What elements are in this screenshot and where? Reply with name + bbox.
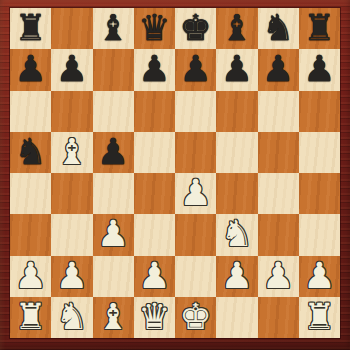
piece-white-king[interactable]: ♚ bbox=[179, 297, 211, 337]
piece-black-pawn[interactable]: ♟ bbox=[179, 49, 211, 89]
piece-white-rook[interactable]: ♜ bbox=[14, 297, 46, 337]
square-h3[interactable] bbox=[299, 214, 340, 255]
piece-black-knight[interactable]: ♞ bbox=[14, 132, 46, 172]
piece-white-rook[interactable]: ♜ bbox=[303, 297, 335, 337]
piece-black-rook[interactable]: ♜ bbox=[303, 8, 335, 48]
piece-black-pawn[interactable]: ♟ bbox=[14, 49, 46, 89]
square-d6[interactable] bbox=[134, 91, 175, 132]
square-h1[interactable]: ♜ bbox=[299, 297, 340, 338]
square-b4[interactable] bbox=[51, 173, 92, 214]
square-b3[interactable] bbox=[51, 214, 92, 255]
square-d5[interactable] bbox=[134, 132, 175, 173]
piece-white-knight[interactable]: ♞ bbox=[221, 214, 253, 254]
square-d3[interactable] bbox=[134, 214, 175, 255]
square-c6[interactable] bbox=[93, 91, 134, 132]
square-e3[interactable] bbox=[175, 214, 216, 255]
piece-white-pawn[interactable]: ♟ bbox=[56, 256, 88, 296]
square-c5[interactable]: ♟ bbox=[93, 132, 134, 173]
piece-black-pawn[interactable]: ♟ bbox=[138, 49, 170, 89]
square-a1[interactable]: ♜ bbox=[10, 297, 51, 338]
piece-black-pawn[interactable]: ♟ bbox=[97, 132, 129, 172]
chess-board-frame: ♜♝♛♚♝♞♜♟♟♟♟♟♟♟♞♝♟♟♟♞♟♟♟♟♟♟♜♞♝♛♚♜ bbox=[0, 0, 350, 350]
square-f1[interactable] bbox=[216, 297, 257, 338]
square-c4[interactable] bbox=[93, 173, 134, 214]
square-e5[interactable] bbox=[175, 132, 216, 173]
square-a7[interactable]: ♟ bbox=[10, 49, 51, 90]
square-c7[interactable] bbox=[93, 49, 134, 90]
square-h4[interactable] bbox=[299, 173, 340, 214]
square-g5[interactable] bbox=[258, 132, 299, 173]
square-a8[interactable]: ♜ bbox=[10, 8, 51, 49]
square-a3[interactable] bbox=[10, 214, 51, 255]
piece-white-bishop[interactable]: ♝ bbox=[97, 297, 129, 337]
square-b2[interactable]: ♟ bbox=[51, 256, 92, 297]
piece-black-pawn[interactable]: ♟ bbox=[262, 49, 294, 89]
square-g4[interactable] bbox=[258, 173, 299, 214]
piece-black-bishop[interactable]: ♝ bbox=[97, 8, 129, 48]
chess-board: ♜♝♛♚♝♞♜♟♟♟♟♟♟♟♞♝♟♟♟♞♟♟♟♟♟♟♜♞♝♛♚♜ bbox=[10, 8, 340, 338]
square-g7[interactable]: ♟ bbox=[258, 49, 299, 90]
square-e6[interactable] bbox=[175, 91, 216, 132]
piece-white-pawn[interactable]: ♟ bbox=[303, 256, 335, 296]
square-d4[interactable] bbox=[134, 173, 175, 214]
square-a6[interactable] bbox=[10, 91, 51, 132]
piece-black-pawn[interactable]: ♟ bbox=[303, 49, 335, 89]
square-f8[interactable]: ♝ bbox=[216, 8, 257, 49]
square-b6[interactable] bbox=[51, 91, 92, 132]
square-e1[interactable]: ♚ bbox=[175, 297, 216, 338]
square-b5[interactable]: ♝ bbox=[51, 132, 92, 173]
square-c3[interactable]: ♟ bbox=[93, 214, 134, 255]
square-h7[interactable]: ♟ bbox=[299, 49, 340, 90]
square-a2[interactable]: ♟ bbox=[10, 256, 51, 297]
square-g2[interactable]: ♟ bbox=[258, 256, 299, 297]
square-a4[interactable] bbox=[10, 173, 51, 214]
piece-white-pawn[interactable]: ♟ bbox=[221, 256, 253, 296]
piece-white-queen[interactable]: ♛ bbox=[138, 297, 170, 337]
piece-white-pawn[interactable]: ♟ bbox=[179, 173, 211, 213]
piece-black-rook[interactable]: ♜ bbox=[14, 8, 46, 48]
square-f6[interactable] bbox=[216, 91, 257, 132]
square-g8[interactable]: ♞ bbox=[258, 8, 299, 49]
square-d1[interactable]: ♛ bbox=[134, 297, 175, 338]
piece-white-pawn[interactable]: ♟ bbox=[14, 256, 46, 296]
piece-white-knight[interactable]: ♞ bbox=[56, 297, 88, 337]
square-b8[interactable] bbox=[51, 8, 92, 49]
square-c1[interactable]: ♝ bbox=[93, 297, 134, 338]
square-e4[interactable]: ♟ bbox=[175, 173, 216, 214]
piece-white-pawn[interactable]: ♟ bbox=[262, 256, 294, 296]
piece-black-knight[interactable]: ♞ bbox=[262, 8, 294, 48]
piece-black-pawn[interactable]: ♟ bbox=[221, 49, 253, 89]
square-c8[interactable]: ♝ bbox=[93, 8, 134, 49]
square-g6[interactable] bbox=[258, 91, 299, 132]
square-g3[interactable] bbox=[258, 214, 299, 255]
square-d7[interactable]: ♟ bbox=[134, 49, 175, 90]
square-e7[interactable]: ♟ bbox=[175, 49, 216, 90]
piece-black-queen[interactable]: ♛ bbox=[138, 8, 170, 48]
square-f4[interactable] bbox=[216, 173, 257, 214]
square-f3[interactable]: ♞ bbox=[216, 214, 257, 255]
square-h6[interactable] bbox=[299, 91, 340, 132]
square-h5[interactable] bbox=[299, 132, 340, 173]
square-e2[interactable] bbox=[175, 256, 216, 297]
square-g1[interactable] bbox=[258, 297, 299, 338]
square-h2[interactable]: ♟ bbox=[299, 256, 340, 297]
square-d8[interactable]: ♛ bbox=[134, 8, 175, 49]
square-b1[interactable]: ♞ bbox=[51, 297, 92, 338]
piece-black-bishop[interactable]: ♝ bbox=[221, 8, 253, 48]
piece-white-bishop[interactable]: ♝ bbox=[56, 132, 88, 172]
square-e8[interactable]: ♚ bbox=[175, 8, 216, 49]
square-a5[interactable]: ♞ bbox=[10, 132, 51, 173]
square-b7[interactable]: ♟ bbox=[51, 49, 92, 90]
square-f5[interactable] bbox=[216, 132, 257, 173]
piece-white-pawn[interactable]: ♟ bbox=[138, 256, 170, 296]
square-d2[interactable]: ♟ bbox=[134, 256, 175, 297]
square-h8[interactable]: ♜ bbox=[299, 8, 340, 49]
square-f2[interactable]: ♟ bbox=[216, 256, 257, 297]
square-c2[interactable] bbox=[93, 256, 134, 297]
piece-black-king[interactable]: ♚ bbox=[179, 8, 211, 48]
square-f7[interactable]: ♟ bbox=[216, 49, 257, 90]
piece-black-pawn[interactable]: ♟ bbox=[56, 49, 88, 89]
piece-white-pawn[interactable]: ♟ bbox=[97, 214, 129, 254]
